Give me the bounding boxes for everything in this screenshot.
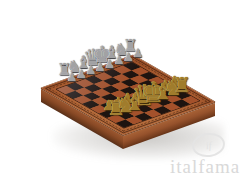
product-photo: ♜♞♝♛♚♝♞♜♟♟♟♟♟♟♟♟♟♟♟♟♟♟♟♟♜♞♝♛♚♝♞♜ if ital… [0, 0, 250, 187]
piece-black-pawn[interactable]: ♟ [133, 48, 143, 60]
brand-watermark-text: italfama [170, 156, 240, 178]
piece-white-rook[interactable]: ♜ [173, 75, 192, 96]
logo-monogram: if [205, 139, 212, 151]
